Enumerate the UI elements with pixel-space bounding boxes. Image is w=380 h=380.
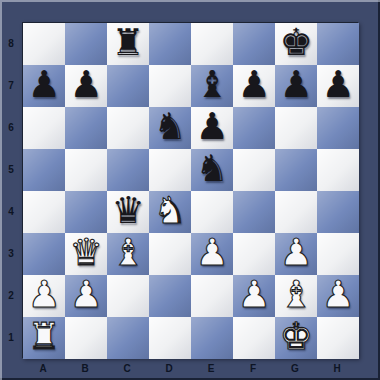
square-h7[interactable]: ♟	[317, 65, 359, 107]
square-e4[interactable]	[191, 191, 233, 233]
file-label-f: F	[232, 358, 274, 378]
square-f8[interactable]	[233, 23, 275, 65]
square-g3[interactable]: ♟	[275, 233, 317, 275]
square-a6[interactable]	[23, 107, 65, 149]
square-g5[interactable]	[275, 149, 317, 191]
square-a2[interactable]: ♟	[23, 275, 65, 317]
square-e8[interactable]	[191, 23, 233, 65]
square-e6[interactable]: ♟	[191, 107, 233, 149]
rank-label-5: 5	[0, 148, 22, 190]
file-label-d: D	[148, 358, 190, 378]
rank-label-2: 2	[0, 274, 22, 316]
square-a1[interactable]: ♜	[23, 317, 65, 359]
square-e1[interactable]	[191, 317, 233, 359]
square-f3[interactable]	[233, 233, 275, 275]
white-rook-a1[interactable]: ♜	[27, 316, 60, 358]
square-g1[interactable]: ♚	[275, 317, 317, 359]
black-king-g8[interactable]: ♚	[279, 22, 312, 64]
white-bishop-g2[interactable]: ♝	[279, 274, 312, 316]
square-h1[interactable]	[317, 317, 359, 359]
square-h3[interactable]	[317, 233, 359, 275]
white-pawn-e3[interactable]: ♟	[195, 232, 228, 274]
black-pawn-b7[interactable]: ♟	[69, 64, 102, 106]
black-pawn-g7[interactable]: ♟	[279, 64, 312, 106]
square-d6[interactable]: ♞	[149, 107, 191, 149]
square-e5[interactable]: ♞	[191, 149, 233, 191]
white-queen-b3[interactable]: ♛	[69, 232, 102, 274]
white-pawn-g3[interactable]: ♟	[279, 232, 312, 274]
square-c4[interactable]: ♛	[107, 191, 149, 233]
square-c8[interactable]: ♜	[107, 23, 149, 65]
square-h6[interactable]	[317, 107, 359, 149]
square-b1[interactable]	[65, 317, 107, 359]
square-b5[interactable]	[65, 149, 107, 191]
white-pawn-h2[interactable]: ♟	[321, 274, 354, 316]
file-label-g: G	[274, 358, 316, 378]
square-b8[interactable]	[65, 23, 107, 65]
square-c2[interactable]	[107, 275, 149, 317]
chess-diagram-frame: 87654321 ♜♚♟♟♝♟♟♟♞♟♞♛♞♛♝♟♟♟♟♟♝♟♜♚ ABCDEF…	[0, 0, 380, 380]
square-c7[interactable]	[107, 65, 149, 107]
rank-label-6: 6	[0, 106, 22, 148]
square-b7[interactable]: ♟	[65, 65, 107, 107]
black-pawn-a7[interactable]: ♟	[27, 64, 60, 106]
square-a5[interactable]	[23, 149, 65, 191]
file-label-b: B	[64, 358, 106, 378]
square-e2[interactable]	[191, 275, 233, 317]
rank-label-3: 3	[0, 232, 22, 274]
white-knight-d4[interactable]: ♞	[153, 190, 186, 232]
square-d4[interactable]: ♞	[149, 191, 191, 233]
white-pawn-a2[interactable]: ♟	[27, 274, 60, 316]
square-f6[interactable]	[233, 107, 275, 149]
black-bishop-e7[interactable]: ♝	[195, 64, 228, 106]
square-h8[interactable]	[317, 23, 359, 65]
file-label-h: H	[316, 358, 358, 378]
square-h2[interactable]: ♟	[317, 275, 359, 317]
white-king-g1[interactable]: ♚	[279, 316, 312, 358]
square-g6[interactable]	[275, 107, 317, 149]
square-f2[interactable]: ♟	[233, 275, 275, 317]
square-b2[interactable]: ♟	[65, 275, 107, 317]
square-g8[interactable]: ♚	[275, 23, 317, 65]
square-g2[interactable]: ♝	[275, 275, 317, 317]
file-label-a: A	[22, 358, 64, 378]
black-knight-e5[interactable]: ♞	[195, 148, 228, 190]
rank-label-4: 4	[0, 190, 22, 232]
black-pawn-h7[interactable]: ♟	[321, 64, 354, 106]
square-e7[interactable]: ♝	[191, 65, 233, 107]
file-labels: ABCDEFGH	[22, 358, 358, 378]
rank-label-7: 7	[0, 64, 22, 106]
square-c5[interactable]	[107, 149, 149, 191]
square-b6[interactable]	[65, 107, 107, 149]
square-b4[interactable]	[65, 191, 107, 233]
square-f1[interactable]	[233, 317, 275, 359]
rank-label-8: 8	[0, 22, 22, 64]
square-d7[interactable]	[149, 65, 191, 107]
square-d2[interactable]	[149, 275, 191, 317]
white-pawn-b2[interactable]: ♟	[69, 274, 102, 316]
square-e3[interactable]: ♟	[191, 233, 233, 275]
black-queen-c4[interactable]: ♛	[111, 190, 144, 232]
square-f5[interactable]	[233, 149, 275, 191]
square-h5[interactable]	[317, 149, 359, 191]
chess-board[interactable]: ♜♚♟♟♝♟♟♟♞♟♞♛♞♛♝♟♟♟♟♟♝♟♜♚	[22, 22, 358, 358]
white-pawn-f2[interactable]: ♟	[237, 274, 270, 316]
square-d5[interactable]	[149, 149, 191, 191]
square-c3[interactable]: ♝	[107, 233, 149, 275]
black-knight-d6[interactable]: ♞	[153, 106, 186, 148]
square-g7[interactable]: ♟	[275, 65, 317, 107]
rank-labels: 87654321	[0, 22, 22, 358]
square-d1[interactable]	[149, 317, 191, 359]
file-label-c: C	[106, 358, 148, 378]
square-a4[interactable]	[23, 191, 65, 233]
square-f4[interactable]	[233, 191, 275, 233]
white-bishop-c3[interactable]: ♝	[111, 232, 144, 274]
square-d8[interactable]	[149, 23, 191, 65]
square-d3[interactable]	[149, 233, 191, 275]
square-a3[interactable]	[23, 233, 65, 275]
black-rook-c8[interactable]: ♜	[111, 22, 144, 64]
rank-label-1: 1	[0, 316, 22, 358]
square-f7[interactable]: ♟	[233, 65, 275, 107]
square-g4[interactable]	[275, 191, 317, 233]
file-label-e: E	[190, 358, 232, 378]
black-pawn-e6[interactable]: ♟	[195, 106, 228, 148]
square-a7[interactable]: ♟	[23, 65, 65, 107]
square-c6[interactable]	[107, 107, 149, 149]
square-b3[interactable]: ♛	[65, 233, 107, 275]
black-pawn-f7[interactable]: ♟	[237, 64, 270, 106]
square-a8[interactable]	[23, 23, 65, 65]
square-h4[interactable]	[317, 191, 359, 233]
square-c1[interactable]	[107, 317, 149, 359]
